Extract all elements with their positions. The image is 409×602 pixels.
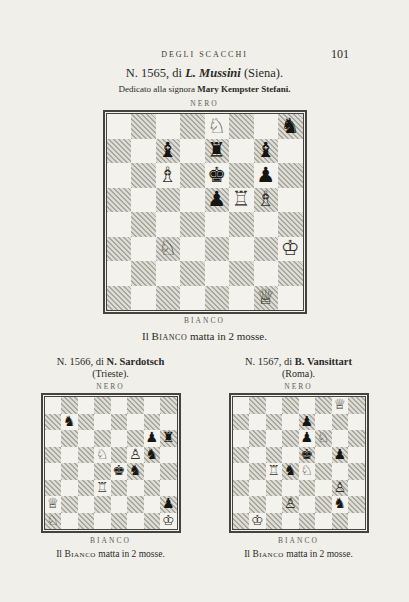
square-f6	[229, 163, 254, 188]
problem-1566-column: N. 1566, di N. Sardotsch (Trieste). NERO…	[21, 356, 201, 559]
problem-1566-title: N. 1566, di N. Sardotsch	[21, 356, 201, 367]
square-h1: ♔	[160, 513, 177, 530]
square-c4: ♖	[266, 463, 283, 480]
problem-1567-title: N. 1567, di B. Vansittart	[209, 356, 389, 367]
piece-black-rook: ♜	[162, 431, 175, 445]
square-d2: ♙	[282, 496, 299, 513]
square-f7	[127, 414, 144, 431]
square-d8	[282, 397, 299, 414]
square-f2	[127, 496, 144, 513]
square-f6: ♘	[315, 430, 332, 447]
square-h2	[348, 496, 365, 513]
dedication-name: Mary Kempster Stefani.	[197, 84, 290, 94]
square-e5: ♚	[299, 447, 316, 464]
square-g6: ♟	[254, 163, 279, 188]
square-f2	[229, 261, 254, 286]
square-e3	[299, 480, 316, 497]
square-g6	[332, 430, 349, 447]
square-c1	[156, 286, 181, 311]
book-page: DEGLI SCACCHI 101 N. 1565, di L. Mussini…	[0, 0, 409, 602]
square-c5	[78, 447, 95, 464]
square-a6	[45, 430, 62, 447]
square-c8	[78, 397, 95, 414]
square-e1	[205, 286, 230, 311]
chessboard-1567: ♕♟♟♘♚♟♖♞♘♙♙♞♔	[233, 397, 365, 529]
square-d2	[180, 261, 205, 286]
square-a3	[107, 237, 132, 262]
chessboard-1566: ♞♟♜♘♙♞♚♞♖♕♟♘♔	[45, 397, 177, 529]
square-h5	[348, 447, 365, 464]
problem-1567-city: (Roma).	[209, 368, 389, 379]
square-c7	[78, 414, 95, 431]
square-h8	[348, 397, 365, 414]
square-h6	[348, 430, 365, 447]
square-a6	[233, 430, 250, 447]
square-d3	[282, 480, 299, 497]
square-c6: ♗	[156, 163, 181, 188]
square-c7	[266, 414, 283, 431]
square-d6	[180, 163, 205, 188]
dedication-prefix: Dedicato alla signora	[119, 84, 198, 94]
square-b4	[131, 212, 156, 237]
piece-black-knight: ♞	[129, 464, 142, 478]
square-b4	[61, 463, 78, 480]
piece-black-knight: ♞	[281, 116, 300, 137]
square-g7	[144, 414, 161, 431]
square-e5	[111, 447, 128, 464]
title-prefix: N. 1567, di	[245, 356, 295, 367]
square-h6	[278, 163, 303, 188]
title-suffix: (Siena).	[241, 66, 283, 80]
piece-black-king: ♚	[300, 448, 313, 462]
square-g5: ♞	[144, 447, 161, 464]
piece-white-queen: ♕	[46, 497, 59, 511]
square-d7	[94, 414, 111, 431]
square-a4	[107, 212, 132, 237]
square-c1	[78, 513, 95, 530]
square-a4	[233, 463, 250, 480]
square-a8	[45, 397, 62, 414]
square-f5	[315, 447, 332, 464]
square-e1	[111, 513, 128, 530]
square-e2	[299, 496, 316, 513]
square-d3	[180, 237, 205, 262]
square-a3	[233, 480, 250, 497]
square-c2	[156, 261, 181, 286]
square-h2	[278, 261, 303, 286]
problem-1566-caption: Il Bianco matta in 2 mosse.	[21, 549, 201, 559]
board-1565-frame: ♘♞♝♜♝♗♚♟♟♖♗♘♔♕	[103, 110, 307, 314]
piece-white-rook: ♖	[267, 464, 280, 478]
square-e6	[111, 430, 128, 447]
two-column-section: N. 1566, di N. Sardotsch (Trieste). NERO…	[0, 356, 409, 559]
square-e8	[299, 397, 316, 414]
title-prefix: N. 1566, di	[57, 356, 107, 367]
piece-black-knight: ♞	[284, 464, 297, 478]
square-h7	[160, 414, 177, 431]
square-f6	[127, 430, 144, 447]
square-f4	[315, 463, 332, 480]
square-a2: ♕	[45, 496, 62, 513]
square-c1	[266, 513, 283, 530]
square-a5	[107, 188, 132, 213]
problem-1565-title: N. 1565, di L. Mussini (Siena).	[0, 66, 409, 81]
square-a5	[45, 447, 62, 464]
square-d1	[180, 286, 205, 311]
square-f5: ♙	[127, 447, 144, 464]
square-c5	[156, 188, 181, 213]
square-b3	[61, 480, 78, 497]
square-e2	[205, 261, 230, 286]
board-1567-frame-inner: ♕♟♟♘♚♟♖♞♘♙♙♞♔	[232, 396, 366, 530]
square-g6: ♟	[144, 430, 161, 447]
board-1565-frame-inner: ♘♞♝♜♝♗♚♟♟♖♗♘♔♕	[106, 113, 304, 311]
square-h3	[348, 480, 365, 497]
square-a3	[45, 480, 62, 497]
square-f7	[229, 139, 254, 164]
square-e8	[111, 397, 128, 414]
piece-white-rook: ♖	[232, 189, 251, 210]
square-a4	[45, 463, 62, 480]
problem-1567-caption: Il Bianco matta in 2 mosse.	[209, 549, 389, 559]
piece-black-king: ♚	[112, 464, 125, 478]
square-b6	[131, 163, 156, 188]
square-b8	[249, 397, 266, 414]
square-b6	[61, 430, 78, 447]
square-e7: ♜	[205, 139, 230, 164]
square-h3	[160, 480, 177, 497]
square-b2	[131, 261, 156, 286]
square-e3	[205, 237, 230, 262]
square-d6	[94, 430, 111, 447]
piece-white-knight: ♘	[96, 448, 109, 462]
square-g2: ♞	[332, 496, 349, 513]
piece-white-pawn: ♙	[129, 448, 142, 462]
square-e6: ♟	[299, 430, 316, 447]
square-d4: ♞	[282, 463, 299, 480]
page-number: 101	[331, 47, 349, 62]
piece-black-rook: ♜	[207, 140, 226, 161]
square-d1	[94, 513, 111, 530]
caption-smallcaps: Bianco	[64, 549, 96, 559]
square-a2	[233, 496, 250, 513]
square-h7	[348, 414, 365, 431]
piece-white-knight: ♘	[317, 431, 330, 445]
piece-black-knight: ♞	[333, 497, 346, 511]
square-g4	[254, 212, 279, 237]
caption-post: matta in 2 mosse.	[96, 549, 165, 559]
square-d7	[180, 139, 205, 164]
square-g1	[144, 513, 161, 530]
board-1566-label-white: BIANCO	[21, 536, 201, 545]
board-1567-label-black: NERO	[209, 382, 389, 391]
title-prefix: N. 1565, di	[126, 66, 185, 80]
square-b6	[249, 430, 266, 447]
author-name: N. Sardotsch	[107, 356, 165, 367]
dedication-line: Dedicato alla signora Mary Kempster Stef…	[0, 84, 409, 94]
square-b1: ♔	[249, 513, 266, 530]
square-h4	[348, 463, 365, 480]
piece-white-pawn: ♙	[333, 481, 346, 495]
square-f3	[127, 480, 144, 497]
board-1565-label-white: BIANCO	[0, 316, 409, 325]
piece-black-pawn: ♟	[207, 189, 226, 210]
square-b7	[249, 414, 266, 431]
square-e7	[111, 414, 128, 431]
chessboard-1565: ♘♞♝♜♝♗♚♟♟♖♗♘♔♕	[107, 114, 303, 310]
piece-white-king: ♔	[162, 514, 175, 528]
square-f8	[315, 397, 332, 414]
square-b7	[131, 139, 156, 164]
square-h8	[160, 397, 177, 414]
square-e3	[111, 480, 128, 497]
square-e4	[205, 212, 230, 237]
square-f4	[229, 212, 254, 237]
board-1565-label-black: NERO	[0, 99, 409, 108]
square-c3	[266, 480, 283, 497]
square-a1	[233, 513, 250, 530]
problem-1565-caption: Il Bianco matta in 2 mosse.	[0, 330, 409, 342]
square-c8	[156, 114, 181, 139]
square-c8	[266, 397, 283, 414]
square-h5	[160, 447, 177, 464]
square-d7	[282, 414, 299, 431]
square-d4	[94, 463, 111, 480]
piece-black-pawn: ♟	[256, 165, 275, 186]
square-d5: ♘	[94, 447, 111, 464]
square-c7: ♝	[156, 139, 181, 164]
piece-black-pawn: ♟	[300, 431, 313, 445]
square-d1	[282, 513, 299, 530]
square-f1	[127, 513, 144, 530]
square-c5	[266, 447, 283, 464]
square-g5: ♟	[332, 447, 349, 464]
square-b1	[61, 513, 78, 530]
square-b4	[249, 463, 266, 480]
square-b5	[249, 447, 266, 464]
square-d5	[282, 447, 299, 464]
piece-white-bishop: ♗	[256, 189, 275, 210]
square-g4	[144, 463, 161, 480]
problem-1567-column: N. 1567, di B. Vansittart (Roma). NERO ♕…	[209, 356, 389, 559]
square-b5	[131, 188, 156, 213]
piece-black-king: ♚	[207, 165, 226, 186]
piece-white-rook: ♖	[96, 481, 109, 495]
square-c3	[78, 480, 95, 497]
square-g5: ♗	[254, 188, 279, 213]
square-d8	[94, 397, 111, 414]
square-c2	[266, 496, 283, 513]
piece-black-knight: ♞	[145, 448, 158, 462]
square-h8: ♞	[278, 114, 303, 139]
square-g7	[332, 414, 349, 431]
square-g4	[332, 463, 349, 480]
square-d8	[180, 114, 205, 139]
square-g8	[144, 397, 161, 414]
square-b2	[61, 496, 78, 513]
piece-black-bishop: ♝	[256, 140, 275, 161]
caption-pre: Il	[142, 330, 151, 342]
square-d3: ♖	[94, 480, 111, 497]
square-c6	[78, 430, 95, 447]
square-c2	[78, 496, 95, 513]
square-g3	[254, 237, 279, 262]
piece-black-knight: ♞	[63, 415, 76, 429]
piece-white-bishop: ♗	[158, 165, 177, 186]
piece-white-queen: ♕	[256, 287, 275, 308]
square-e4: ♘	[299, 463, 316, 480]
piece-white-king: ♔	[281, 238, 300, 259]
square-c3: ♘	[156, 237, 181, 262]
square-h7	[278, 139, 303, 164]
square-b5	[61, 447, 78, 464]
square-a8	[107, 114, 132, 139]
piece-white-king: ♔	[251, 514, 264, 528]
piece-black-pawn: ♟	[333, 448, 346, 462]
square-b3	[131, 237, 156, 262]
board-1566-frame: ♞♟♜♘♙♞♚♞♖♕♟♘♔	[41, 393, 181, 533]
square-f8	[229, 114, 254, 139]
piece-white-queen: ♕	[333, 398, 346, 412]
square-a6	[107, 163, 132, 188]
square-a1: ♘	[45, 513, 62, 530]
square-f7	[315, 414, 332, 431]
square-f3	[229, 237, 254, 262]
caption-smallcaps: Bianco	[152, 330, 188, 342]
square-e7: ♟	[299, 414, 316, 431]
square-g8: ♕	[332, 397, 349, 414]
piece-black-bishop: ♝	[158, 140, 177, 161]
board-1566-label-black: NERO	[21, 382, 201, 391]
square-a7	[45, 414, 62, 431]
square-f1	[315, 513, 332, 530]
square-a5	[233, 447, 250, 464]
square-b3	[249, 480, 266, 497]
square-d5	[180, 188, 205, 213]
square-g2	[144, 496, 161, 513]
square-e2	[111, 496, 128, 513]
square-f3	[315, 480, 332, 497]
caption-smallcaps: Bianco	[252, 549, 284, 559]
problem-1566-city: (Trieste).	[21, 368, 201, 379]
square-a1	[107, 286, 132, 311]
caption-post: matta in 2 mosse.	[284, 549, 353, 559]
square-d4	[180, 212, 205, 237]
square-a8	[233, 397, 250, 414]
board-1567-label-white: BIANCO	[209, 536, 389, 545]
square-c6	[266, 430, 283, 447]
square-a2	[107, 261, 132, 286]
square-g3: ♙	[332, 480, 349, 497]
caption-post: matta in 2 mosse.	[187, 330, 267, 342]
square-e1	[299, 513, 316, 530]
board-1567-frame: ♕♟♟♘♚♟♖♞♘♙♙♞♔	[229, 393, 369, 533]
square-c4	[156, 212, 181, 237]
square-f4: ♞	[127, 463, 144, 480]
square-h4	[278, 212, 303, 237]
square-f2	[315, 496, 332, 513]
square-b1	[131, 286, 156, 311]
square-d6	[282, 430, 299, 447]
square-a7	[107, 139, 132, 164]
square-f1	[229, 286, 254, 311]
author-name: L. Mussini	[185, 66, 241, 80]
square-h3: ♔	[278, 237, 303, 262]
square-g1	[332, 513, 349, 530]
piece-black-pawn: ♟	[162, 497, 175, 511]
square-b2	[249, 496, 266, 513]
square-h1	[278, 286, 303, 311]
square-f5: ♖	[229, 188, 254, 213]
piece-white-knight: ♘	[207, 116, 226, 137]
author-name: B. Vansittart	[295, 356, 352, 367]
piece-black-pawn: ♟	[145, 431, 158, 445]
piece-white-knight: ♘	[46, 514, 59, 528]
square-c4	[78, 463, 95, 480]
page-content: N. 1565, di L. Mussini (Siena). Dedicato…	[0, 66, 409, 559]
square-a7	[233, 414, 250, 431]
square-b8	[131, 114, 156, 139]
square-e5: ♟	[205, 188, 230, 213]
square-h6: ♜	[160, 430, 177, 447]
square-h1	[348, 513, 365, 530]
square-g8	[254, 114, 279, 139]
piece-white-knight: ♘	[300, 464, 313, 478]
square-g7: ♝	[254, 139, 279, 164]
board-1566-frame-inner: ♞♟♜♘♙♞♚♞♖♕♟♘♔	[44, 396, 178, 530]
square-h2: ♟	[160, 496, 177, 513]
square-g2	[254, 261, 279, 286]
square-h4	[160, 463, 177, 480]
square-g3	[144, 480, 161, 497]
square-e8: ♘	[205, 114, 230, 139]
piece-white-knight: ♘	[158, 238, 177, 259]
square-g1: ♕	[254, 286, 279, 311]
square-f8	[127, 397, 144, 414]
square-b8	[61, 397, 78, 414]
square-h5	[278, 188, 303, 213]
square-e6: ♚	[205, 163, 230, 188]
piece-black-pawn: ♟	[300, 415, 313, 429]
piece-white-pawn: ♙	[284, 497, 297, 511]
square-d2	[94, 496, 111, 513]
square-b7: ♞	[61, 414, 78, 431]
square-e4: ♚	[111, 463, 128, 480]
